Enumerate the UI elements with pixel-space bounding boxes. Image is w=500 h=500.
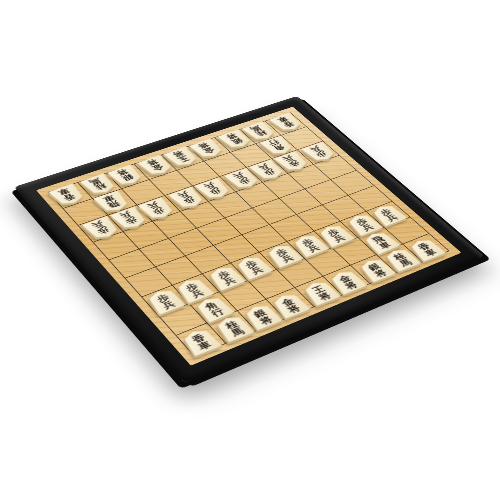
piece-kanji-label: 銀将 (115, 168, 137, 184)
piece-kanji-label: 歩兵 (176, 190, 199, 206)
piece-kanji-label: 歩兵 (146, 200, 169, 217)
piece-kanji-label: 角行 (201, 298, 226, 317)
piece-kanji-label: 歩兵 (182, 280, 206, 299)
piece-kanji-label: 王将 (309, 282, 333, 301)
piece-kanji-label: 金将 (145, 158, 167, 173)
piece-kanji-label: 香車 (188, 331, 213, 352)
piece-kanji-label: 歩兵 (324, 226, 347, 243)
piece-kanji-label: 歩兵 (153, 291, 177, 310)
board-surface: 香車桂馬銀将金将玉将金将銀将桂馬香車飛車角行歩兵歩兵歩兵歩兵歩兵歩兵歩兵歩兵歩兵… (36, 107, 461, 366)
piece-kanji-label: 歩兵 (214, 268, 238, 287)
product-photo-background: 香車桂馬銀将金将玉将金将銀将桂馬香車飛車角行歩兵歩兵歩兵歩兵歩兵歩兵歩兵歩兵歩兵… (0, 0, 500, 500)
piece-kanji-label: 飛車 (101, 194, 123, 211)
piece-kanji-label: 桂馬 (88, 176, 110, 192)
piece-kanji-label: 香車 (56, 187, 79, 203)
piece-kanji-label: 金将 (278, 295, 302, 314)
piece-kanji-label: 金将 (335, 272, 359, 291)
piece-kanji-label: 歩兵 (272, 246, 296, 264)
shogi-board: 香車桂馬銀将金将玉将金将銀将桂馬香車飛車角行歩兵歩兵歩兵歩兵歩兵歩兵歩兵歩兵歩兵… (14, 96, 484, 383)
piece-kanji-label: 桂馬 (221, 317, 246, 337)
piece-kanji-label: 歩兵 (118, 210, 141, 227)
piece-kanji-label: 銀将 (250, 306, 274, 326)
piece-kanji-label: 歩兵 (90, 219, 113, 236)
piece-kanji-label: 歩兵 (298, 236, 322, 253)
piece-kanji-label: 歩兵 (241, 257, 265, 275)
pieces-layer: 香車桂馬銀将金将玉将金将銀将桂馬香車飛車角行歩兵歩兵歩兵歩兵歩兵歩兵歩兵歩兵歩兵… (48, 112, 450, 356)
